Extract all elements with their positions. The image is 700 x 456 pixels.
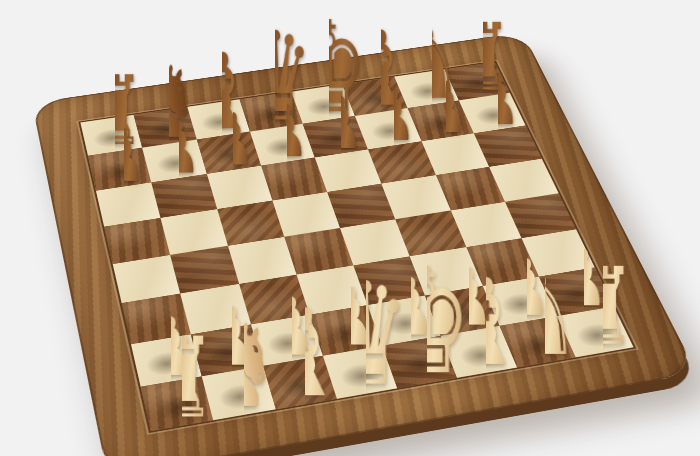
square-c7: ♟ <box>196 132 260 174</box>
square-d7: ♟ <box>250 124 315 166</box>
square-b7: ♟ <box>142 140 206 182</box>
pawn-glyph: ♟ <box>477 64 520 134</box>
square-a7: ♟ <box>88 148 151 191</box>
pawn-glyph: ♟ <box>425 72 468 142</box>
square-b5 <box>161 209 228 255</box>
product-photo-scene: ♜♞♝♛♚♝♞♜♟♟♟♟♟♟♟♟♟♟♟♟♟♟♟♟♜♞♝♛♚♝♞♜ <box>0 0 700 456</box>
rook-glyph: ♜ <box>571 254 636 361</box>
pawn-glyph: ♟ <box>101 119 145 191</box>
knight-glyph: ♞ <box>209 309 279 424</box>
pawn-glyph: ♟ <box>265 95 308 166</box>
board-frame: ♜♞♝♛♚♝♞♜♟♟♟♟♟♟♟♟♟♟♟♟♟♟♟♟♜♞♝♛♚♝♞♜ <box>32 32 697 456</box>
square-c4 <box>227 237 296 284</box>
square-b4 <box>170 246 238 294</box>
pawn-glyph: ♟ <box>372 80 415 151</box>
pawn-glyph: ♟ <box>157 111 201 183</box>
chessboard: ♜♞♝♛♚♝♞♜♟♟♟♟♟♟♟♟♟♟♟♟♟♟♟♟♜♞♝♛♚♝♞♜ <box>80 62 633 431</box>
pawn-glyph: ♟ <box>211 103 255 175</box>
pawn-glyph: ♟ <box>319 88 362 159</box>
bishop-glyph: ♝ <box>269 293 342 413</box>
square-a1: ♜ <box>141 376 214 431</box>
rook-glyph: ♜ <box>148 324 215 435</box>
